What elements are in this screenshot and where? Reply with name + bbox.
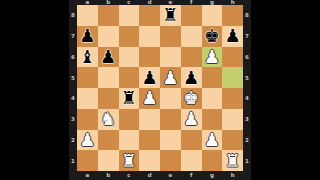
square-h8[interactable] [222,5,243,26]
black-pawn-d5[interactable]: ♟ [142,68,158,86]
square-g2[interactable]: ♟ [202,130,223,151]
square-b8[interactable] [98,5,119,26]
file-label-c-bottom: c [119,173,140,178]
rank-label-5-left: 5 [69,67,77,88]
black-bishop-a6[interactable]: ♝ [79,47,95,65]
letterbox-left [0,0,69,180]
black-pawn-b6[interactable]: ♟ [100,47,116,65]
square-d3[interactable] [139,109,160,130]
white-knight-b3[interactable]: ♞ [100,110,116,128]
square-b6[interactable]: ♟ [98,47,119,68]
square-d7[interactable] [139,26,160,47]
file-label-h-bottom: h [222,173,243,178]
square-c3[interactable] [119,109,140,130]
square-a4[interactable] [77,88,98,109]
white-pawn-d4[interactable]: ♟ [142,89,158,107]
rank-label-8-left: 8 [69,5,77,26]
rank-labels-left: 87654321 [69,5,77,171]
rank-label-1-right: 1 [243,150,251,171]
square-d5[interactable]: ♟ [139,67,160,88]
square-f3[interactable]: ♟ [181,109,202,130]
square-h7[interactable]: ♟ [222,26,243,47]
square-g8[interactable] [202,5,223,26]
rank-label-2-left: 2 [69,130,77,151]
white-pawn-g2[interactable]: ♟ [204,130,220,148]
square-e6[interactable] [160,47,181,68]
letterbox-right [251,0,320,180]
square-a2[interactable]: ♟ [77,130,98,151]
square-h5[interactable] [222,67,243,88]
square-a1[interactable] [77,150,98,171]
white-rook-h1[interactable]: ♜ [225,151,241,169]
board-squares: ♜♟♚♟♝♟♟♟♟♟♜♟♚♞♟♟♟♜♜ [77,5,243,171]
file-label-e-bottom: e [160,173,181,178]
square-c6[interactable] [119,47,140,68]
rank-label-6-left: 6 [69,47,77,68]
square-c1[interactable]: ♜ [119,150,140,171]
rank-label-7-left: 7 [69,26,77,47]
square-c4[interactable]: ♜ [119,88,140,109]
square-e8[interactable]: ♜ [160,5,181,26]
black-pawn-f5[interactable]: ♟ [183,68,199,86]
rank-labels-right: 87654321 [243,5,251,171]
square-e7[interactable] [160,26,181,47]
square-e2[interactable] [160,130,181,151]
square-b1[interactable] [98,150,119,171]
black-rook-e8[interactable]: ♜ [162,6,178,24]
black-rook-c4[interactable]: ♜ [121,89,137,107]
square-e3[interactable] [160,109,181,130]
square-a6[interactable]: ♝ [77,47,98,68]
white-pawn-e5[interactable]: ♟ [162,68,178,86]
rank-label-4-left: 4 [69,88,77,109]
square-d1[interactable] [139,150,160,171]
file-labels-bottom: abcdefgh [77,171,243,180]
square-h2[interactable] [222,130,243,151]
rank-label-4-right: 4 [243,88,251,109]
square-d4[interactable]: ♟ [139,88,160,109]
white-pawn-a2[interactable]: ♟ [79,130,95,148]
file-label-f-bottom: f [181,173,202,178]
square-e5[interactable]: ♟ [160,67,181,88]
square-f1[interactable] [181,150,202,171]
square-b7[interactable] [98,26,119,47]
file-label-a-bottom: a [77,173,98,178]
chess-app-canvas: abcdefgh 87654321 87654321 abcdefgh ♜♟♚♟… [0,0,320,180]
square-f5[interactable]: ♟ [181,67,202,88]
square-h6[interactable] [222,47,243,68]
square-f8[interactable] [181,5,202,26]
chessboard-frame: abcdefgh 87654321 87654321 abcdefgh ♜♟♚♟… [69,0,251,180]
rank-label-7-right: 7 [243,26,251,47]
file-label-b-bottom: b [98,173,119,178]
square-b4[interactable] [98,88,119,109]
white-pawn-f3[interactable]: ♟ [183,110,199,128]
square-c2[interactable] [119,130,140,151]
square-g5[interactable] [202,67,223,88]
black-king-g7[interactable]: ♚ [204,27,220,45]
file-label-d-bottom: d [139,173,160,178]
white-rook-c1[interactable]: ♜ [121,151,137,169]
square-b2[interactable] [98,130,119,151]
square-f4[interactable]: ♚ [181,88,202,109]
rank-label-6-right: 6 [243,47,251,68]
square-b3[interactable]: ♞ [98,109,119,130]
rank-label-3-left: 3 [69,109,77,130]
square-a7[interactable]: ♟ [77,26,98,47]
rank-label-3-right: 3 [243,109,251,130]
rank-label-2-right: 2 [243,130,251,151]
square-c8[interactable] [119,5,140,26]
square-h3[interactable] [222,109,243,130]
square-f2[interactable] [181,130,202,151]
file-label-g-bottom: g [202,173,223,178]
square-f7[interactable] [181,26,202,47]
square-c5[interactable] [119,67,140,88]
square-d8[interactable] [139,5,160,26]
black-pawn-a7[interactable]: ♟ [79,27,95,45]
square-b5[interactable] [98,67,119,88]
square-c7[interactable] [119,26,140,47]
rank-label-5-right: 5 [243,67,251,88]
rank-label-1-left: 1 [69,150,77,171]
white-pawn-g6[interactable]: ♟ [204,47,220,65]
black-pawn-h7[interactable]: ♟ [225,27,241,45]
square-h4[interactable] [222,88,243,109]
rank-label-8-right: 8 [243,5,251,26]
square-d2[interactable] [139,130,160,151]
square-a8[interactable] [77,5,98,26]
square-h1[interactable]: ♜ [222,150,243,171]
square-g6[interactable]: ♟ [202,47,223,68]
square-e1[interactable] [160,150,181,171]
square-f6[interactable] [181,47,202,68]
square-a3[interactable] [77,109,98,130]
square-g4[interactable] [202,88,223,109]
square-a5[interactable] [77,67,98,88]
square-g1[interactable] [202,150,223,171]
white-king-f4[interactable]: ♚ [183,89,199,107]
square-g7[interactable]: ♚ [202,26,223,47]
square-g3[interactable] [202,109,223,130]
square-e4[interactable] [160,88,181,109]
square-d6[interactable] [139,47,160,68]
